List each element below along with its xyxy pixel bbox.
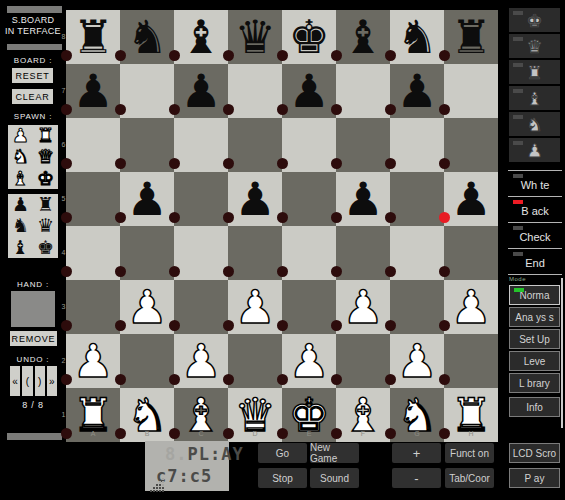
black-pawn[interactable]: ♟ <box>228 172 282 226</box>
square-g8[interactable]: ♞ <box>390 10 444 64</box>
square-b7[interactable] <box>120 64 174 118</box>
sensor-dot-h7 <box>439 104 450 115</box>
status-led-off <box>513 226 523 230</box>
sensor-dot-h2 <box>439 374 450 385</box>
sensor-dot-e2 <box>277 374 288 385</box>
square-g7[interactable]: ♟ <box>390 64 444 118</box>
sensor-dot-g3 <box>385 320 396 331</box>
white-pawn[interactable]: ♟ <box>66 334 120 388</box>
white-pawn[interactable]: ♟ <box>282 334 336 388</box>
square-c2[interactable]: ♟ <box>174 334 228 388</box>
square-b2[interactable] <box>120 334 174 388</box>
king-select-button[interactable]: ♚ <box>509 8 560 32</box>
spawn-black-bishop[interactable]: ♝ <box>12 238 29 257</box>
black-knight[interactable]: ♞ <box>120 10 174 64</box>
mode-list-scrollbar[interactable] <box>561 278 563 428</box>
square-f3[interactable]: ♟ <box>336 280 390 334</box>
status-label: Check <box>509 231 561 243</box>
status-check[interactable]: Check <box>509 223 561 248</box>
reset-button[interactable]: RESET <box>12 68 53 83</box>
sensor-dot-a7 <box>61 104 72 115</box>
go-button[interactable]: Go <box>258 443 307 463</box>
lcd-line2: c7:c5 <box>149 466 227 486</box>
square-a2[interactable]: ♟ <box>66 334 120 388</box>
square-b4[interactable] <box>120 226 174 280</box>
sensor-dot-f5 <box>331 212 342 223</box>
sensor-dot-e4 <box>277 266 288 277</box>
bishop-icon: ♝ <box>509 86 560 110</box>
sensor-dot-d7 <box>223 104 234 115</box>
square-g6[interactable] <box>390 118 444 172</box>
file-label-c: C <box>174 430 228 437</box>
sensor-dot-h5 <box>439 212 450 223</box>
square-e6[interactable] <box>282 118 336 172</box>
spawn-white-queen[interactable]: ♛ <box>37 147 54 166</box>
sensor-dot-f8 <box>331 50 342 61</box>
sensor-dot-d4 <box>223 266 234 277</box>
rank-label-7: 7 <box>59 87 68 94</box>
black-knight[interactable]: ♞ <box>390 10 444 64</box>
sensor-dot-a4 <box>61 266 72 277</box>
sensor-dot-d5 <box>223 212 234 223</box>
lcd-scroll-button[interactable]: LCD Scro <box>509 443 560 463</box>
sensor-dot-e6 <box>277 158 288 169</box>
sensor-dot-d6 <box>223 158 234 169</box>
square-h2[interactable] <box>444 334 498 388</box>
square-a5[interactable] <box>66 172 120 226</box>
sensor-dot-g8 <box>385 50 396 61</box>
sensor-dot-b2 <box>115 374 126 385</box>
file-label-e: E <box>282 430 336 437</box>
sensor-dot-a6 <box>61 158 72 169</box>
play-button[interactable]: P ay <box>509 468 560 488</box>
mode-button-label: Leve <box>524 356 546 367</box>
spawn-palette-black: ♟♜♞♛♝♚ <box>8 194 58 258</box>
sensor-dot-g2 <box>385 374 396 385</box>
sensor-dot-b8 <box>115 50 126 61</box>
status-led-off <box>513 174 523 178</box>
square-b8[interactable]: ♞ <box>120 10 174 64</box>
rook-icon: ♜ <box>509 60 560 84</box>
black-bishop[interactable]: ♝ <box>174 10 228 64</box>
mode-list-label: Mode <box>509 276 526 282</box>
square-d7[interactable] <box>228 64 282 118</box>
undo-counter: 8 / 8 <box>0 400 66 410</box>
square-h8[interactable]: ♜ <box>444 10 498 64</box>
sensor-dot-a3 <box>61 320 72 331</box>
file-label-d: D <box>228 430 282 437</box>
sensor-dot-c8 <box>169 50 180 61</box>
square-f6[interactable] <box>336 118 390 172</box>
lcd-display: 8.PL:AY c7:c5 <box>145 441 229 491</box>
undo-all-button[interactable]: « <box>10 366 20 396</box>
black-rook[interactable]: ♜ <box>66 10 120 64</box>
black-queen[interactable]: ♛ <box>228 10 282 64</box>
status-label: B ack <box>509 205 561 217</box>
function-button[interactable]: Funct on <box>445 443 494 463</box>
board-pattern-icon <box>150 478 152 480</box>
rank-label-4: 4 <box>59 249 68 256</box>
rank-label-3: 3 <box>59 303 68 310</box>
sensor-dot-h6 <box>439 158 450 169</box>
sensor-dot-f2 <box>331 374 342 385</box>
bishop-select-button[interactable]: ♝ <box>509 86 560 110</box>
black-pawn[interactable]: ♟ <box>444 172 498 226</box>
mode-anayss-button[interactable]: Ana ys s <box>509 307 560 327</box>
square-e4[interactable] <box>282 226 336 280</box>
undo-section-label: UNDO : <box>0 355 66 364</box>
info-button[interactable]: Info <box>509 397 560 417</box>
mode-setup-button[interactable]: Set Up <box>509 329 560 349</box>
square-d6[interactable] <box>228 118 282 172</box>
sensor-dot-h8 <box>439 50 450 61</box>
file-label-g: G <box>390 430 444 437</box>
black-pawn[interactable]: ♟ <box>120 172 174 226</box>
hand-display-box <box>11 291 55 327</box>
sensor-dot-g4 <box>385 266 396 277</box>
square-e3[interactable] <box>282 280 336 334</box>
spawn-black-queen[interactable]: ♛ <box>37 216 54 235</box>
sensor-dot-e8 <box>277 50 288 61</box>
square-g2[interactable]: ♟ <box>390 334 444 388</box>
rank-label-1: 1 <box>59 411 68 418</box>
stop-button[interactable]: Stop <box>258 468 307 488</box>
sensor-dot-b7 <box>115 104 126 115</box>
sensor-dot-d8 <box>223 50 234 61</box>
square-c6[interactable] <box>174 118 228 172</box>
square-e8[interactable]: ♚ <box>282 10 336 64</box>
undo-button-strip: «()» <box>10 366 57 396</box>
file-label-b: B <box>120 430 174 437</box>
rook-select-button[interactable]: ♜ <box>509 60 560 84</box>
status-whte[interactable]: Wh te <box>509 171 561 196</box>
mode-lbrary-button[interactable]: L brary <box>509 373 560 393</box>
black-king[interactable]: ♚ <box>282 10 336 64</box>
new-game-button[interactable]: New Game <box>310 443 359 463</box>
square-d8[interactable]: ♛ <box>228 10 282 64</box>
square-a7[interactable]: ♟ <box>66 64 120 118</box>
sensor-dot-c2 <box>169 374 180 385</box>
mode-norma-button[interactable]: Norma <box>509 285 560 305</box>
square-f8[interactable]: ♝ <box>336 10 390 64</box>
sensor-dot-f3 <box>331 320 342 331</box>
king-icon: ♚ <box>509 8 560 32</box>
spawn-black-pawn[interactable]: ♟ <box>12 195 29 214</box>
sensor-dot-f6 <box>331 158 342 169</box>
pawn-icon: ♟ <box>509 138 560 162</box>
sensor-dot-b5 <box>115 212 126 223</box>
board-section-label: BOARD : <box>0 56 66 65</box>
square-e2[interactable]: ♟ <box>282 334 336 388</box>
white-pawn[interactable]: ♟ <box>390 334 444 388</box>
square-c7[interactable]: ♟ <box>174 64 228 118</box>
black-pawn[interactable]: ♟ <box>282 64 336 118</box>
square-f5[interactable]: ♟ <box>336 172 390 226</box>
sensor-dot-a5 <box>61 212 72 223</box>
status-separator <box>508 274 562 275</box>
spawn-black-king[interactable]: ♚ <box>37 238 54 257</box>
sensor-dot-c5 <box>169 212 180 223</box>
white-pawn[interactable]: ♟ <box>336 280 390 334</box>
status-label: End <box>509 257 561 269</box>
clear-button[interactable]: CLEAR <box>12 89 53 104</box>
white-pawn[interactable]: ♟ <box>444 280 498 334</box>
spawn-white-knight[interactable]: ♞ <box>12 147 29 166</box>
square-g5[interactable] <box>390 172 444 226</box>
square-h3[interactable]: ♟ <box>444 280 498 334</box>
square-f2[interactable] <box>336 334 390 388</box>
status-led-off <box>513 252 523 256</box>
queen-select-button[interactable]: ♛ <box>509 34 560 58</box>
lcd-status-text: PL:AY <box>187 444 243 464</box>
square-a3[interactable] <box>66 280 120 334</box>
redo-all-button[interactable]: » <box>47 366 57 396</box>
lcd-line1: 8.PL:AY <box>149 444 227 464</box>
sensor-dot-b4 <box>115 266 126 277</box>
square-b6[interactable] <box>120 118 174 172</box>
pawn-select-button[interactable]: ♟ <box>509 138 560 162</box>
square-h6[interactable] <box>444 118 498 172</box>
sensor-dot-f4 <box>331 266 342 277</box>
mode-leve-button[interactable]: Leve <box>509 351 560 371</box>
mode-button-label: Set Up <box>519 334 550 345</box>
undo-button[interactable]: ( <box>22 366 32 396</box>
sensor-dot-a2 <box>61 374 72 385</box>
square-f4[interactable] <box>336 226 390 280</box>
sensor-dot-c4 <box>169 266 180 277</box>
sensor-dot-c7 <box>169 104 180 115</box>
hand-section-label: HAND : <box>0 280 66 289</box>
file-label-a: A <box>66 430 120 437</box>
rank-label-6: 6 <box>59 141 68 148</box>
spawn-white-bishop[interactable]: ♝ <box>12 169 29 188</box>
square-b5[interactable]: ♟ <box>120 172 174 226</box>
black-pawn[interactable]: ♟ <box>390 64 444 118</box>
plus-button[interactable]: + <box>392 443 441 463</box>
sensor-dot-c3 <box>169 320 180 331</box>
redo-button[interactable]: ) <box>35 366 45 396</box>
lcd-move-text: c7:c5 <box>156 466 212 486</box>
app-title-line1: S.BOARD <box>0 15 66 25</box>
spawn-white-pawn[interactable]: ♟ <box>12 126 29 145</box>
square-g3[interactable] <box>390 280 444 334</box>
spawn-palette-white: ♟♜♞♛♝♚ <box>8 125 58 189</box>
square-e5[interactable] <box>282 172 336 226</box>
sboard-interface-window: S.BOARD IN TERFACE BOARD : RESET CLEAR S… <box>0 0 565 500</box>
square-e7[interactable]: ♟ <box>282 64 336 118</box>
status-end[interactable]: End <box>509 249 561 274</box>
rank-label-2: 2 <box>59 357 68 364</box>
chess-board[interactable]: ♜♞♝♛♚♝♞♜♟♟♟♟♟♟♟♟♟♟♟♟♟♟♟♟♜♞♝♛♚♝♞♜ <box>66 10 498 442</box>
black-rook[interactable]: ♜ <box>444 10 498 64</box>
square-c8[interactable]: ♝ <box>174 10 228 64</box>
lcd-ghost-digits: 8. <box>165 444 187 464</box>
sensor-dot-b6 <box>115 158 126 169</box>
knight-select-button[interactable]: ♞ <box>509 112 560 136</box>
queen-icon: ♛ <box>509 34 560 58</box>
square-d4[interactable] <box>228 226 282 280</box>
status-led-red <box>513 200 523 204</box>
square-d5[interactable]: ♟ <box>228 172 282 226</box>
sensor-dot-g6 <box>385 158 396 169</box>
file-label-f: F <box>336 430 390 437</box>
sensor-dot-h3 <box>439 320 450 331</box>
square-a4[interactable] <box>66 226 120 280</box>
black-pawn[interactable]: ♟ <box>174 64 228 118</box>
sensor-dot-h4 <box>439 266 450 277</box>
square-c4[interactable] <box>174 226 228 280</box>
black-pawn[interactable]: ♟ <box>66 64 120 118</box>
sensor-dot-c6 <box>169 158 180 169</box>
divider-bar-mid <box>7 44 62 50</box>
file-label-h: H <box>444 430 498 437</box>
app-title-line2: IN TERFACE <box>0 26 66 36</box>
sensor-dot-d2 <box>223 374 234 385</box>
square-d2[interactable] <box>228 334 282 388</box>
sensor-dot-d3 <box>223 320 234 331</box>
square-g4[interactable] <box>390 226 444 280</box>
remove-button[interactable]: REMOVE <box>10 331 57 346</box>
white-pawn[interactable]: ♟ <box>174 334 228 388</box>
mode-button-label: Ana ys s <box>515 312 553 323</box>
status-label: Wh te <box>509 179 561 191</box>
square-c5[interactable] <box>174 172 228 226</box>
rank-label-8: 8 <box>59 33 68 40</box>
square-b3[interactable]: ♟ <box>120 280 174 334</box>
white-pawn[interactable]: ♟ <box>228 280 282 334</box>
square-h5[interactable]: ♟ <box>444 172 498 226</box>
sensor-dot-e5 <box>277 212 288 223</box>
spawn-white-rook[interactable]: ♜ <box>37 126 54 145</box>
knight-icon: ♞ <box>509 112 560 136</box>
spawn-white-king[interactable]: ♚ <box>37 169 54 188</box>
mode-active-led <box>514 288 524 292</box>
black-bishop[interactable]: ♝ <box>336 10 390 64</box>
minus-button[interactable]: - <box>392 468 441 488</box>
mode-button-label: L brary <box>519 378 550 389</box>
sensor-dot-e7 <box>277 104 288 115</box>
sensor-dot-a8 <box>61 50 72 61</box>
sensor-dot-f7 <box>331 104 342 115</box>
square-d3[interactable]: ♟ <box>228 280 282 334</box>
spawn-black-rook[interactable]: ♜ <box>37 195 54 214</box>
sensor-dot-b3 <box>115 320 126 331</box>
tab-coor-button[interactable]: Tab/Coor <box>445 468 494 488</box>
square-h7[interactable] <box>444 64 498 118</box>
rank-label-5: 5 <box>59 195 68 202</box>
square-h4[interactable] <box>444 226 498 280</box>
spawn-section-label: SPAWN : <box>0 112 66 121</box>
white-pawn[interactable]: ♟ <box>120 280 174 334</box>
square-a8[interactable]: ♜ <box>66 10 120 64</box>
spawn-black-knight[interactable]: ♞ <box>12 216 29 235</box>
sensor-dot-g7 <box>385 104 396 115</box>
divider-bar-bottom <box>7 433 62 440</box>
square-a6[interactable] <box>66 118 120 172</box>
divider-bar-top <box>7 6 62 13</box>
sound-button[interactable]: Sound <box>310 468 359 488</box>
sensor-dot-g5 <box>385 212 396 223</box>
sensor-dot-e3 <box>277 320 288 331</box>
status-back[interactable]: B ack <box>509 197 561 222</box>
square-c3[interactable] <box>174 280 228 334</box>
square-f7[interactable] <box>336 64 390 118</box>
black-pawn[interactable]: ♟ <box>336 172 390 226</box>
